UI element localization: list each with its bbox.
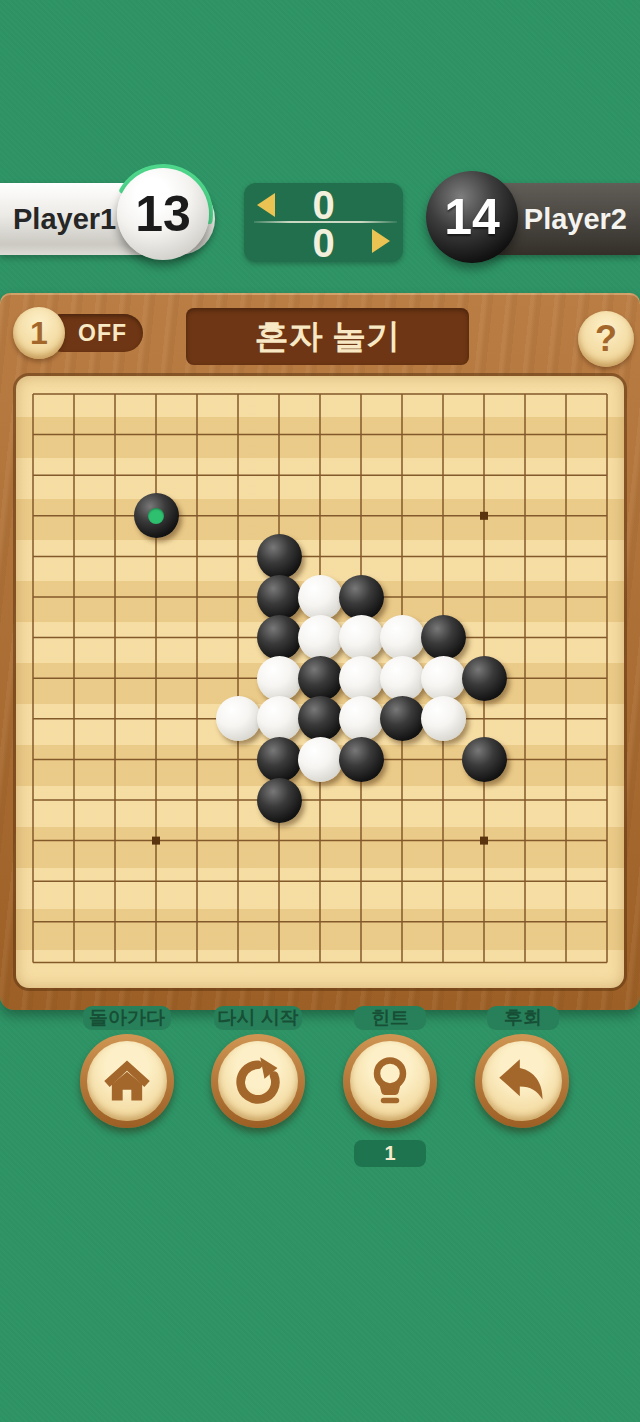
back-arrow-icon <box>496 1055 548 1107</box>
hint-button[interactable] <box>343 1034 437 1128</box>
black-stone <box>298 656 343 701</box>
player1-stone-counter: 13 <box>117 168 209 260</box>
white-stone <box>339 615 384 660</box>
black-stone <box>421 615 466 660</box>
white-stone <box>380 656 425 701</box>
restart-button[interactable] <box>211 1034 305 1128</box>
star-point <box>480 512 488 520</box>
white-stone <box>339 696 384 741</box>
home-button[interactable] <box>80 1034 174 1128</box>
home-button-face <box>87 1041 167 1121</box>
sound-toggle-label: OFF <box>78 320 143 347</box>
player1-stone-count: 13 <box>135 185 191 243</box>
white-stone <box>298 615 343 660</box>
black-stone <box>257 534 302 579</box>
black-stone <box>257 737 302 782</box>
white-stone <box>216 696 261 741</box>
black-stone <box>257 778 302 823</box>
black-stone <box>380 696 425 741</box>
match-score-panel: 0 0 <box>244 183 403 262</box>
home-label-badge: 돌아가다 <box>83 1006 171 1030</box>
black-stone <box>134 493 179 538</box>
mode-title: 혼자 놀기 <box>255 314 400 360</box>
white-stone <box>421 656 466 701</box>
undo-label-badge: 후회 <box>487 1006 559 1030</box>
black-stone <box>257 615 302 660</box>
star-point <box>480 837 488 845</box>
white-stone <box>257 656 302 701</box>
home-icon <box>101 1055 153 1107</box>
restart-label-badge: 다시 시작 <box>214 1006 302 1030</box>
mode-title-plate: 혼자 놀기 <box>186 308 469 365</box>
white-stone <box>298 737 343 782</box>
black-stone <box>339 575 384 620</box>
white-stone <box>257 696 302 741</box>
white-stone <box>421 696 466 741</box>
undo-button[interactable] <box>475 1034 569 1128</box>
hint-count-badge: 1 <box>354 1140 426 1167</box>
white-stone <box>339 656 384 701</box>
black-stone <box>298 696 343 741</box>
black-stone <box>462 737 507 782</box>
undo-label: 후회 <box>504 1005 542 1031</box>
hint-label: 힌트 <box>371 1005 409 1031</box>
home-label: 돌아가다 <box>89 1005 165 1031</box>
player1-name: Player1 <box>0 203 116 236</box>
restart-button-face <box>218 1041 298 1121</box>
player2-stone-count: 14 <box>444 188 500 246</box>
white-stone <box>380 615 425 660</box>
black-stone <box>257 575 302 620</box>
restart-label: 다시 시작 <box>217 1005 298 1031</box>
black-stone <box>462 656 507 701</box>
round-badge[interactable]: 1 <box>13 307 65 359</box>
game-screen: Player1 Player2 0 0 13 14 1 OFF 혼자 놀기 ? … <box>0 0 640 1422</box>
score-right-arrow-icon[interactable] <box>372 229 390 253</box>
star-point <box>152 837 160 845</box>
undo-button-face <box>482 1041 562 1121</box>
refresh-icon <box>232 1055 284 1107</box>
black-stone <box>339 737 384 782</box>
hint-count: 1 <box>384 1142 395 1165</box>
hint-button-face <box>350 1041 430 1121</box>
lightbulb-icon <box>364 1055 416 1107</box>
last-move-marker <box>148 508 164 524</box>
board[interactable] <box>16 376 624 988</box>
player2-stone-counter: 14 <box>426 171 518 263</box>
help-button[interactable]: ? <box>578 311 634 367</box>
hint-label-badge: 힌트 <box>354 1006 426 1030</box>
player2-name: Player2 <box>524 203 640 236</box>
match-score-top: 0 <box>244 185 403 225</box>
white-stone <box>298 575 343 620</box>
